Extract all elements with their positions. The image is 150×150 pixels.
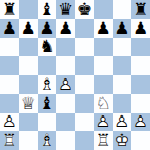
black-pawn[interactable]: ♟ bbox=[38, 19, 57, 38]
white-pawn-fill: ♟ bbox=[131, 113, 150, 132]
square-c4[interactable]: ♝♗ bbox=[38, 75, 57, 94]
square-b3[interactable]: ♛♕ bbox=[19, 94, 38, 113]
square-a2[interactable]: ♟♙ bbox=[0, 113, 19, 132]
white-queen[interactable]: ♕ bbox=[19, 94, 38, 113]
black-pawn[interactable]: ♟ bbox=[131, 19, 150, 38]
square-h4[interactable] bbox=[131, 75, 150, 94]
square-a6[interactable] bbox=[0, 38, 19, 57]
square-h7[interactable]: ♟ bbox=[131, 19, 150, 38]
square-d2[interactable] bbox=[56, 113, 75, 132]
square-g1[interactable]: ♚♔ bbox=[113, 131, 132, 150]
square-a4[interactable] bbox=[0, 75, 19, 94]
square-e8[interactable]: ♚ bbox=[75, 0, 94, 19]
square-d5[interactable] bbox=[56, 56, 75, 75]
square-a8[interactable]: ♜ bbox=[0, 0, 19, 19]
black-pawn[interactable]: ♟ bbox=[94, 19, 113, 38]
square-b7[interactable]: ♟ bbox=[19, 19, 38, 38]
square-f8[interactable] bbox=[94, 0, 113, 19]
black-pawn[interactable]: ♟ bbox=[19, 19, 38, 38]
black-bishop[interactable]: ♝ bbox=[38, 94, 57, 113]
square-a1[interactable]: ♜♖ bbox=[0, 131, 19, 150]
white-pawn[interactable]: ♙ bbox=[113, 113, 132, 132]
square-f2[interactable]: ♟♙ bbox=[94, 113, 113, 132]
white-pawn-fill: ♟ bbox=[56, 75, 75, 94]
black-queen[interactable]: ♛ bbox=[56, 0, 75, 19]
square-g4[interactable] bbox=[113, 75, 132, 94]
square-e2[interactable] bbox=[75, 113, 94, 132]
white-pawn[interactable]: ♙ bbox=[131, 113, 150, 132]
square-b8[interactable] bbox=[19, 0, 38, 19]
square-c3[interactable]: ♝ bbox=[38, 94, 57, 113]
white-bishop[interactable]: ♗ bbox=[38, 131, 57, 150]
white-bishop-fill: ♝ bbox=[38, 131, 57, 150]
square-g7[interactable]: ♟ bbox=[113, 19, 132, 38]
white-rook[interactable]: ♖ bbox=[94, 131, 113, 150]
black-pawn[interactable]: ♟ bbox=[56, 19, 75, 38]
square-e5[interactable] bbox=[75, 56, 94, 75]
square-f5[interactable] bbox=[94, 56, 113, 75]
square-c5[interactable] bbox=[38, 56, 57, 75]
black-rook[interactable]: ♜ bbox=[0, 0, 19, 19]
square-c1[interactable]: ♝♗ bbox=[38, 131, 57, 150]
square-g2[interactable]: ♟♙ bbox=[113, 113, 132, 132]
square-e3[interactable] bbox=[75, 94, 94, 113]
white-knight-fill: ♞ bbox=[94, 94, 113, 113]
white-rook-fill: ♜ bbox=[0, 131, 19, 150]
black-knight[interactable]: ♞ bbox=[38, 38, 57, 57]
white-king[interactable]: ♔ bbox=[113, 131, 132, 150]
white-rook[interactable]: ♖ bbox=[0, 131, 19, 150]
square-c8[interactable]: ♝ bbox=[38, 0, 57, 19]
square-d1[interactable] bbox=[56, 131, 75, 150]
white-pawn-fill: ♟ bbox=[0, 113, 19, 132]
white-pawn[interactable]: ♙ bbox=[0, 113, 19, 132]
square-h6[interactable] bbox=[131, 38, 150, 57]
white-bishop-fill: ♝ bbox=[38, 75, 57, 94]
white-pawn[interactable]: ♙ bbox=[56, 75, 75, 94]
white-pawn-fill: ♟ bbox=[113, 113, 132, 132]
square-b1[interactable] bbox=[19, 131, 38, 150]
square-d6[interactable] bbox=[56, 38, 75, 57]
white-pawn[interactable]: ♙ bbox=[94, 113, 113, 132]
square-b4[interactable] bbox=[19, 75, 38, 94]
white-knight[interactable]: ♘ bbox=[94, 94, 113, 113]
square-d7[interactable]: ♟ bbox=[56, 19, 75, 38]
square-e7[interactable] bbox=[75, 19, 94, 38]
square-h1[interactable] bbox=[131, 131, 150, 150]
square-a7[interactable]: ♟ bbox=[0, 19, 19, 38]
white-queen-fill: ♛ bbox=[19, 94, 38, 113]
square-g5[interactable] bbox=[113, 56, 132, 75]
square-c6[interactable]: ♞ bbox=[38, 38, 57, 57]
black-pawn[interactable]: ♟ bbox=[0, 19, 19, 38]
square-d4[interactable]: ♟♙ bbox=[56, 75, 75, 94]
square-g6[interactable] bbox=[113, 38, 132, 57]
square-e4[interactable] bbox=[75, 75, 94, 94]
square-d8[interactable]: ♛ bbox=[56, 0, 75, 19]
square-e6[interactable] bbox=[75, 38, 94, 57]
square-c2[interactable] bbox=[38, 113, 57, 132]
black-rook[interactable]: ♜ bbox=[131, 0, 150, 19]
square-c7[interactable]: ♟ bbox=[38, 19, 57, 38]
square-f3[interactable]: ♞♘ bbox=[94, 94, 113, 113]
white-rook-fill: ♜ bbox=[94, 131, 113, 150]
white-pawn-fill: ♟ bbox=[94, 113, 113, 132]
square-a5[interactable] bbox=[0, 56, 19, 75]
square-g3[interactable] bbox=[113, 94, 132, 113]
chess-board: ♜♝♛♚♜♟♟♟♟♟♟♟♞♝♗♟♙♛♕♝♞♘♟♙♟♙♟♙♟♙♜♖♝♗♜♖♚♔ bbox=[0, 0, 150, 150]
square-f1[interactable]: ♜♖ bbox=[94, 131, 113, 150]
square-h2[interactable]: ♟♙ bbox=[131, 113, 150, 132]
square-h8[interactable]: ♜ bbox=[131, 0, 150, 19]
square-b6[interactable] bbox=[19, 38, 38, 57]
square-h3[interactable] bbox=[131, 94, 150, 113]
square-b2[interactable] bbox=[19, 113, 38, 132]
black-bishop[interactable]: ♝ bbox=[38, 0, 57, 19]
black-king[interactable]: ♚ bbox=[75, 0, 94, 19]
square-d3[interactable] bbox=[56, 94, 75, 113]
square-e1[interactable] bbox=[75, 131, 94, 150]
square-g8[interactable] bbox=[113, 0, 132, 19]
square-h5[interactable] bbox=[131, 56, 150, 75]
square-f4[interactable] bbox=[94, 75, 113, 94]
square-f6[interactable] bbox=[94, 38, 113, 57]
square-f7[interactable]: ♟ bbox=[94, 19, 113, 38]
square-b5[interactable] bbox=[19, 56, 38, 75]
white-bishop[interactable]: ♗ bbox=[38, 75, 57, 94]
white-king-fill: ♚ bbox=[113, 131, 132, 150]
black-pawn[interactable]: ♟ bbox=[113, 19, 132, 38]
square-a3[interactable] bbox=[0, 94, 19, 113]
